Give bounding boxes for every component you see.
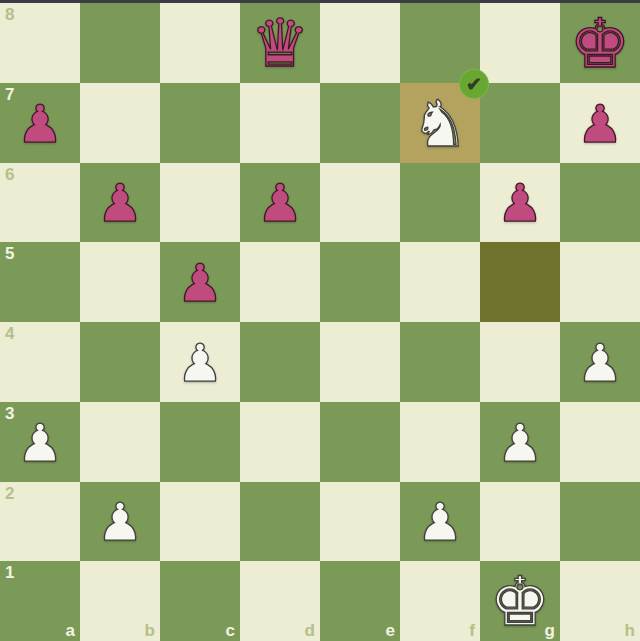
square-c2[interactable] [160,482,240,562]
square-c7[interactable] [160,83,240,163]
white-pawn-g3[interactable]: ♟ [497,417,544,469]
square-f6[interactable] [400,163,480,243]
square-d3[interactable] [240,402,320,482]
square-b2[interactable]: ♟ [80,482,160,562]
square-d1[interactable]: d [240,561,320,641]
square-c1[interactable]: c [160,561,240,641]
square-b6[interactable]: ♟ [80,163,160,243]
square-c4[interactable]: ♟ [160,322,240,402]
square-h4[interactable]: ♟ [560,322,640,402]
square-e8[interactable] [320,3,400,83]
white-king-g1[interactable]: ♚ [490,568,551,636]
white-knight-f7[interactable]: ♞ [411,92,468,156]
square-g5[interactable] [480,242,560,322]
file-label-d: d [305,622,315,639]
correct-move-badge: ✔ [459,69,489,99]
file-label-b: b [145,622,155,639]
square-g4[interactable] [480,322,560,402]
black-pawn-b6[interactable]: ♟ [97,177,144,229]
square-d8[interactable]: ♛ [240,3,320,83]
square-h7[interactable]: ♟ [560,83,640,163]
square-c8[interactable] [160,3,240,83]
white-pawn-a3[interactable]: ♟ [17,417,64,469]
rank-label-6: 6 [5,166,14,183]
black-pawn-h7[interactable]: ♟ [577,98,624,150]
square-e1[interactable]: e [320,561,400,641]
rank-label-1: 1 [5,564,14,581]
square-c3[interactable] [160,402,240,482]
square-c6[interactable] [160,163,240,243]
black-pawn-g6[interactable]: ♟ [497,177,544,229]
square-b5[interactable] [80,242,160,322]
square-e4[interactable] [320,322,400,402]
square-b8[interactable] [80,3,160,83]
white-pawn-h4[interactable]: ♟ [577,337,624,389]
square-b1[interactable]: b [80,561,160,641]
black-pawn-c5[interactable]: ♟ [177,257,224,309]
rank-label-2: 2 [5,485,14,502]
square-g6[interactable]: ♟ [480,163,560,243]
file-label-h: h [625,622,635,639]
square-f3[interactable] [400,402,480,482]
black-king-h8[interactable]: ♚ [570,10,631,78]
chess-board: 8♛♚7♟♞♟6♟♟♟5♟4♟♟3♟♟2♟♟1abcdefg♚h✔ [0,3,640,641]
square-f1[interactable]: f [400,561,480,641]
square-h8[interactable]: ♚ [560,3,640,83]
square-e2[interactable] [320,482,400,562]
square-g8[interactable] [480,3,560,83]
square-d6[interactable]: ♟ [240,163,320,243]
black-queen-d8[interactable]: ♛ [250,11,309,77]
rank-label-4: 4 [5,325,14,342]
rank-label-3: 3 [5,405,14,422]
square-d5[interactable] [240,242,320,322]
file-label-e: e [386,622,395,639]
square-a7[interactable]: 7♟ [0,83,80,163]
square-h2[interactable] [560,482,640,562]
square-c5[interactable]: ♟ [160,242,240,322]
square-e7[interactable] [320,83,400,163]
square-g7[interactable] [480,83,560,163]
square-a5[interactable]: 5 [0,242,80,322]
file-label-c: c [226,622,235,639]
rank-label-8: 8 [5,6,14,23]
square-g2[interactable] [480,482,560,562]
square-d4[interactable] [240,322,320,402]
square-d7[interactable] [240,83,320,163]
square-g1[interactable]: g♚ [480,561,560,641]
square-h3[interactable] [560,402,640,482]
white-pawn-c4[interactable]: ♟ [177,337,224,389]
square-f4[interactable] [400,322,480,402]
square-h1[interactable]: h [560,561,640,641]
square-f5[interactable] [400,242,480,322]
square-e3[interactable] [320,402,400,482]
rank-label-7: 7 [5,86,14,103]
file-label-a: a [66,622,75,639]
square-h6[interactable] [560,163,640,243]
square-b7[interactable] [80,83,160,163]
white-pawn-f2[interactable]: ♟ [417,496,464,548]
square-e6[interactable] [320,163,400,243]
square-a6[interactable]: 6 [0,163,80,243]
square-a1[interactable]: 1a [0,561,80,641]
square-h5[interactable] [560,242,640,322]
square-b3[interactable] [80,402,160,482]
black-pawn-a7[interactable]: ♟ [17,98,64,150]
square-a2[interactable]: 2 [0,482,80,562]
black-pawn-d6[interactable]: ♟ [257,177,304,229]
square-e5[interactable] [320,242,400,322]
square-b4[interactable] [80,322,160,402]
square-g3[interactable]: ♟ [480,402,560,482]
square-a4[interactable]: 4 [0,322,80,402]
square-a3[interactable]: 3♟ [0,402,80,482]
check-icon: ✔ [466,73,482,96]
square-d2[interactable] [240,482,320,562]
white-pawn-b2[interactable]: ♟ [97,496,144,548]
square-a8[interactable]: 8 [0,3,80,83]
file-label-f: f [469,622,475,639]
rank-label-5: 5 [5,245,14,262]
square-f2[interactable]: ♟ [400,482,480,562]
